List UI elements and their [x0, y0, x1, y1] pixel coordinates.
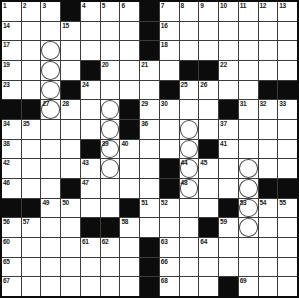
clue-number: 19: [3, 61, 10, 68]
grid-cell[interactable]: [239, 120, 258, 139]
clue-number: 25: [181, 81, 188, 88]
grid-cell[interactable]: [239, 159, 258, 178]
clue-number: 6: [121, 2, 124, 9]
grid-cell[interactable]: [180, 238, 199, 257]
grid-cell[interactable]: [239, 179, 258, 198]
grid-cell[interactable]: [180, 140, 199, 159]
clue-number: 36: [141, 120, 148, 127]
clue-number: 18: [161, 41, 168, 48]
grid-cell[interactable]: [41, 140, 60, 159]
block-cell: [61, 179, 80, 198]
block-cell: [259, 81, 278, 100]
grid-cell[interactable]: 39: [101, 140, 120, 159]
clue-number: 52: [161, 199, 168, 206]
grid-cell[interactable]: [160, 218, 179, 237]
block-cell: [61, 2, 80, 21]
grid-cell[interactable]: 55: [278, 199, 297, 218]
clue-number: 40: [121, 140, 128, 147]
grid-cell[interactable]: [239, 41, 258, 60]
clue-number: 17: [3, 41, 10, 48]
grid-cell[interactable]: 44: [180, 159, 199, 178]
grid-cell[interactable]: [61, 120, 80, 139]
clue-number: 43: [82, 159, 89, 166]
clue-number: 53: [240, 199, 247, 206]
clue-number: 13: [279, 2, 286, 9]
grid-cell[interactable]: 32: [259, 100, 278, 119]
grid-cell[interactable]: [61, 258, 80, 277]
grid-cell[interactable]: 31: [239, 100, 258, 119]
grid-cell[interactable]: [61, 140, 80, 159]
clue-number: 8: [181, 2, 184, 9]
clue-number: 61: [82, 238, 89, 245]
block-cell: [120, 100, 139, 119]
grid-cell[interactable]: [81, 120, 100, 139]
grid-cell[interactable]: [101, 81, 120, 100]
grid-cell[interactable]: 64: [199, 238, 218, 257]
circle-marker: [101, 100, 120, 119]
grid-cell[interactable]: [120, 258, 139, 277]
grid-cell[interactable]: [140, 218, 159, 237]
grid-cell[interactable]: 25: [180, 81, 199, 100]
grid-cell[interactable]: 5: [101, 2, 120, 21]
grid-cell[interactable]: [160, 61, 179, 80]
grid-cell[interactable]: 36: [140, 120, 159, 139]
block-cell: [199, 61, 218, 80]
clue-number: 51: [141, 199, 148, 206]
clue-number: 60: [3, 238, 10, 245]
block-cell: [140, 238, 159, 257]
clue-number: 7: [161, 2, 164, 9]
grid-cell[interactable]: [180, 120, 199, 139]
grid-cell[interactable]: [239, 258, 258, 277]
grid-cell[interactable]: [22, 81, 41, 100]
grid-cell[interactable]: 12: [259, 2, 278, 21]
grid-cell[interactable]: [278, 258, 297, 277]
grid-cell[interactable]: 26: [199, 81, 218, 100]
clue-number: 48: [181, 179, 188, 186]
clue-number: 68: [161, 277, 168, 284]
grid-cell[interactable]: 30: [160, 100, 179, 119]
grid-cell[interactable]: [81, 41, 100, 60]
grid-cell[interactable]: 43: [81, 159, 100, 178]
grid-cell[interactable]: [41, 61, 60, 80]
grid-cell[interactable]: [41, 277, 60, 296]
grid-cell[interactable]: [180, 218, 199, 237]
grid-cell[interactable]: 29: [140, 100, 159, 119]
grid-cell[interactable]: [239, 61, 258, 80]
grid-cell[interactable]: [140, 140, 159, 159]
grid-cell[interactable]: [22, 140, 41, 159]
grid-cell[interactable]: [199, 22, 218, 41]
block-cell: [160, 179, 179, 198]
grid-cell[interactable]: 54: [259, 199, 278, 218]
grid-cell[interactable]: 52: [160, 199, 179, 218]
grid-cell[interactable]: 68: [160, 277, 179, 296]
grid-cell[interactable]: [81, 277, 100, 296]
grid-cell[interactable]: [41, 179, 60, 198]
grid-cell[interactable]: [101, 22, 120, 41]
grid-cell[interactable]: [140, 159, 159, 178]
grid-cell[interactable]: 69: [239, 277, 258, 296]
grid-cell[interactable]: [41, 41, 60, 60]
block-cell: [2, 199, 21, 218]
grid-cell[interactable]: [199, 179, 218, 198]
clue-number: 30: [161, 100, 168, 107]
grid-cell[interactable]: 33: [278, 100, 297, 119]
grid-cell[interactable]: 63: [160, 238, 179, 257]
clue-number: 41: [220, 140, 227, 147]
circle-marker: [180, 120, 199, 139]
clue-number: 37: [220, 120, 227, 127]
block-cell: [22, 100, 41, 119]
grid-cell[interactable]: [101, 159, 120, 178]
grid-cell[interactable]: [259, 258, 278, 277]
grid-cell[interactable]: [22, 22, 41, 41]
grid-cell[interactable]: 67: [2, 277, 21, 296]
grid-cell[interactable]: [160, 140, 179, 159]
clue-number: 69: [240, 277, 247, 284]
clue-number: 28: [62, 100, 69, 107]
grid-cell[interactable]: [180, 258, 199, 277]
grid-cell[interactable]: [259, 277, 278, 296]
grid-cell[interactable]: 14: [2, 22, 21, 41]
circle-marker: [239, 159, 258, 178]
grid-cell[interactable]: [278, 277, 297, 296]
clue-number: 42: [3, 159, 10, 166]
block-cell: [2, 100, 21, 119]
grid-cell[interactable]: [41, 238, 60, 257]
block-cell: [180, 61, 199, 80]
grid-cell[interactable]: 60: [2, 238, 21, 257]
grid-cell[interactable]: 1: [2, 2, 21, 21]
block-cell: [219, 199, 238, 218]
grid-cell[interactable]: [22, 258, 41, 277]
clue-number: 3: [42, 2, 45, 9]
grid-cell[interactable]: [278, 41, 297, 60]
grid-cell[interactable]: [239, 140, 258, 159]
grid-cell[interactable]: [140, 81, 159, 100]
grid-cell[interactable]: 41: [219, 140, 238, 159]
grid-cell[interactable]: [41, 258, 60, 277]
clue-number: 65: [3, 258, 10, 265]
grid-cell[interactable]: 3: [41, 2, 60, 21]
grid-cell[interactable]: [140, 179, 159, 198]
grid-cell[interactable]: 49: [41, 199, 60, 218]
grid-cell[interactable]: [81, 100, 100, 119]
circle-marker: [41, 41, 60, 60]
grid-cell[interactable]: [120, 81, 139, 100]
grid-cell[interactable]: [199, 100, 218, 119]
clue-number: 9: [200, 2, 203, 9]
grid-cell[interactable]: 53: [239, 199, 258, 218]
grid-cell[interactable]: [22, 238, 41, 257]
grid-cell[interactable]: 47: [81, 179, 100, 198]
circle-marker: [239, 179, 258, 198]
block-cell: [22, 199, 41, 218]
block-cell: [219, 277, 238, 296]
grid-cell[interactable]: 20: [101, 61, 120, 80]
clue-number: 11: [240, 2, 246, 9]
clue-number: 22: [220, 61, 227, 68]
grid-cell[interactable]: [278, 140, 297, 159]
grid-cell[interactable]: [101, 199, 120, 218]
grid-cell[interactable]: 7: [160, 2, 179, 21]
block-cell: [140, 22, 159, 41]
grid-cell[interactable]: [41, 159, 60, 178]
grid-cell[interactable]: [219, 179, 238, 198]
clue-number: 24: [82, 81, 89, 88]
grid-cell[interactable]: 40: [120, 140, 139, 159]
grid-cell[interactable]: 13: [278, 2, 297, 21]
clue-number: 21: [141, 61, 148, 68]
grid-cell[interactable]: 10: [219, 2, 238, 21]
grid-cell[interactable]: [22, 277, 41, 296]
grid-cell[interactable]: [180, 277, 199, 296]
block-cell: [160, 81, 179, 100]
block-cell: [140, 41, 159, 60]
grid-cell[interactable]: [41, 120, 60, 139]
grid-cell[interactable]: 50: [61, 199, 80, 218]
grid-cell[interactable]: 58: [120, 218, 139, 237]
grid-cell[interactable]: 9: [199, 2, 218, 21]
grid-cell[interactable]: [278, 22, 297, 41]
grid-cell[interactable]: [259, 238, 278, 257]
grid-cell[interactable]: [22, 41, 41, 60]
grid-cell[interactable]: [219, 159, 238, 178]
clue-number: 64: [200, 238, 207, 245]
grid-cell[interactable]: [239, 22, 258, 41]
circle-marker: [41, 81, 60, 100]
clue-number: 14: [3, 22, 10, 29]
grid-cell[interactable]: 28: [61, 100, 80, 119]
grid-cell[interactable]: [199, 277, 218, 296]
grid-cell[interactable]: 27: [41, 100, 60, 119]
grid-cell[interactable]: [278, 120, 297, 139]
grid-cell[interactable]: 24: [81, 81, 100, 100]
grid-cell[interactable]: [22, 179, 41, 198]
grid-cell[interactable]: 4: [81, 2, 100, 21]
grid-cell[interactable]: [120, 159, 139, 178]
clue-number: 55: [279, 199, 286, 206]
clue-number: 67: [3, 277, 10, 284]
grid-cell[interactable]: [259, 120, 278, 139]
block-cell: [140, 258, 159, 277]
grid-cell[interactable]: 23: [2, 81, 21, 100]
grid-cell[interactable]: [160, 120, 179, 139]
grid-cell[interactable]: 45: [199, 159, 218, 178]
clue-number: 45: [200, 159, 207, 166]
clue-number: 26: [200, 81, 207, 88]
grid-cell[interactable]: [259, 140, 278, 159]
grid-cell[interactable]: [219, 258, 238, 277]
grid-cell[interactable]: [259, 159, 278, 178]
clue-number: 59: [220, 218, 227, 225]
clue-number: 56: [3, 218, 10, 225]
grid-cell[interactable]: [180, 41, 199, 60]
clue-number: 62: [102, 238, 109, 245]
grid-cell[interactable]: 8: [180, 2, 199, 21]
block-cell: [101, 218, 120, 237]
grid-cell[interactable]: 16: [160, 22, 179, 41]
grid-cell[interactable]: 17: [2, 41, 21, 60]
crossword-board: 1234567891011121314151617181920212223242…: [0, 0, 299, 298]
block-cell: [81, 140, 100, 159]
grid-cell[interactable]: 22: [219, 61, 238, 80]
grid-cell[interactable]: 2: [22, 2, 41, 21]
grid-cell[interactable]: [219, 41, 238, 60]
grid-cell[interactable]: 38: [2, 140, 21, 159]
clue-number: 20: [102, 61, 109, 68]
grid-cell[interactable]: [61, 61, 80, 80]
clue-number: 15: [62, 22, 69, 29]
grid-cell[interactable]: [61, 159, 80, 178]
grid-cell[interactable]: [22, 159, 41, 178]
grid-cell[interactable]: 59: [219, 218, 238, 237]
grid-cell[interactable]: [180, 199, 199, 218]
grid-cell[interactable]: 57: [22, 218, 41, 237]
grid-cell[interactable]: 42: [2, 159, 21, 178]
grid-cell[interactable]: [101, 277, 120, 296]
grid-cell[interactable]: 56: [2, 218, 21, 237]
clue-number: 2: [23, 2, 26, 9]
grid-cell[interactable]: [61, 41, 80, 60]
clue-number: 47: [82, 179, 89, 186]
grid-cell[interactable]: 6: [120, 2, 139, 21]
grid-cell[interactable]: [120, 277, 139, 296]
grid-cell[interactable]: 51: [140, 199, 159, 218]
block-cell: [219, 100, 238, 119]
grid-cell[interactable]: [41, 218, 60, 237]
grid-cell[interactable]: 48: [180, 179, 199, 198]
grid-cell[interactable]: [81, 258, 100, 277]
circle-marker: [101, 120, 120, 139]
grid-cell[interactable]: [259, 61, 278, 80]
clue-number: 50: [62, 199, 69, 206]
grid-cell[interactable]: [120, 61, 139, 80]
grid-cell[interactable]: [180, 100, 199, 119]
grid-cell[interactable]: [239, 81, 258, 100]
clue-number: 4: [82, 2, 85, 9]
clue-number: 49: [42, 199, 49, 206]
grid-cell[interactable]: 66: [160, 258, 179, 277]
block-cell: [120, 120, 139, 139]
grid-cell[interactable]: [22, 61, 41, 80]
clue-number: 38: [3, 140, 10, 147]
grid-cell[interactable]: [101, 120, 120, 139]
grid-cell[interactable]: [61, 218, 80, 237]
grid-cell[interactable]: [120, 22, 139, 41]
grid-cell[interactable]: 62: [101, 238, 120, 257]
grid-cell[interactable]: [120, 41, 139, 60]
grid-cell[interactable]: 18: [160, 41, 179, 60]
grid-cell[interactable]: [199, 258, 218, 277]
clue-number: 16: [161, 22, 168, 29]
grid-cell[interactable]: 21: [140, 61, 159, 80]
grid-cell[interactable]: [259, 218, 278, 237]
grid-cell[interactable]: [239, 218, 258, 237]
grid-cell[interactable]: 34: [2, 120, 21, 139]
grid-cell[interactable]: [81, 22, 100, 41]
clue-number: 1: [3, 2, 6, 9]
grid-cell[interactable]: 35: [22, 120, 41, 139]
grid-cell[interactable]: [199, 199, 218, 218]
grid-cell[interactable]: [101, 100, 120, 119]
clue-number: 44: [181, 159, 188, 166]
circle-marker: [101, 159, 120, 178]
grid-cell[interactable]: 19: [2, 61, 21, 80]
clue-number: 33: [279, 100, 286, 107]
block-cell: [140, 2, 159, 21]
grid-cell[interactable]: 15: [61, 22, 80, 41]
grid-cell[interactable]: [180, 22, 199, 41]
circle-marker: [180, 140, 199, 159]
grid-cell[interactable]: 61: [81, 238, 100, 257]
grid-cell[interactable]: [41, 81, 60, 100]
grid-cell[interactable]: [278, 61, 297, 80]
block-cell: [81, 61, 100, 80]
grid-cell[interactable]: [259, 41, 278, 60]
grid-cell[interactable]: [278, 238, 297, 257]
block-cell: [199, 140, 218, 159]
block-cell: [140, 277, 159, 296]
clue-number: 63: [161, 238, 168, 245]
grid-cell[interactable]: 37: [219, 120, 238, 139]
clue-number: 27: [42, 100, 49, 107]
clue-number: 54: [260, 199, 267, 206]
grid-cell[interactable]: [259, 22, 278, 41]
grid-cell[interactable]: [120, 238, 139, 257]
block-cell: [120, 199, 139, 218]
grid-cell[interactable]: [41, 22, 60, 41]
grid-cell[interactable]: [101, 258, 120, 277]
clue-number: 34: [3, 120, 10, 127]
clue-number: 5: [102, 2, 105, 9]
clue-number: 32: [260, 100, 267, 107]
grid-cell[interactable]: [239, 238, 258, 257]
grid-cell[interactable]: [199, 41, 218, 60]
grid-cell[interactable]: [199, 120, 218, 139]
clue-number: 23: [3, 81, 10, 88]
grid-cell[interactable]: [81, 199, 100, 218]
grid-cell[interactable]: 11: [239, 2, 258, 21]
circle-marker: [41, 61, 60, 80]
block-cell: [278, 81, 297, 100]
clue-number: 31: [240, 100, 247, 107]
grid-cell[interactable]: [61, 238, 80, 257]
grid-cell[interactable]: [101, 179, 120, 198]
grid-cell[interactable]: [219, 22, 238, 41]
grid-cell[interactable]: [219, 238, 238, 257]
clue-number: 10: [220, 2, 227, 9]
block-cell: [81, 218, 100, 237]
grid-cell[interactable]: [101, 41, 120, 60]
block-cell: [259, 179, 278, 198]
grid-cell[interactable]: 46: [2, 179, 21, 198]
grid-cell[interactable]: [278, 159, 297, 178]
clue-number: 66: [161, 258, 168, 265]
grid-cell[interactable]: 65: [2, 258, 21, 277]
grid-cell[interactable]: [278, 218, 297, 237]
grid-cell[interactable]: [219, 81, 238, 100]
clue-number: 35: [23, 120, 30, 127]
clue-number: 58: [121, 218, 128, 225]
grid-cell[interactable]: [120, 179, 139, 198]
clue-number: 29: [141, 100, 148, 107]
clue-number: 12: [260, 2, 267, 9]
grid-cell[interactable]: [61, 277, 80, 296]
block-cell: [278, 179, 297, 198]
clue-number: 46: [3, 179, 10, 186]
